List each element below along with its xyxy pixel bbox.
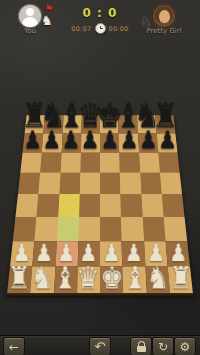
square-a6[interactable] [20, 153, 42, 173]
piece-white-rook-h1[interactable]: ♜ [170, 263, 193, 294]
square-c5[interactable] [59, 173, 80, 194]
lock-button[interactable] [130, 337, 152, 355]
square-c3[interactable] [56, 217, 78, 241]
piece-white-king-e1[interactable]: ♚ [100, 263, 123, 294]
square-b7[interactable]: ♟ [42, 133, 62, 152]
bottom-bar: ← ↶ ↻ ⚙ [0, 335, 200, 355]
square-d5[interactable] [79, 173, 100, 194]
score: 0 : 0 [70, 6, 130, 20]
square-b5[interactable] [38, 173, 60, 194]
square-d3[interactable] [78, 217, 100, 241]
square-g7[interactable]: ♟ [138, 133, 158, 152]
square-g3[interactable] [142, 217, 165, 241]
piece-white-knight-g1[interactable]: ♞ [146, 263, 169, 294]
square-e5[interactable] [100, 173, 121, 194]
square-h3[interactable] [163, 217, 187, 241]
square-a1[interactable]: ♜ [7, 267, 33, 294]
square-c7[interactable]: ♟ [61, 133, 81, 152]
piece-black-pawn-b7[interactable]: ♟ [42, 127, 61, 152]
piece-black-pawn-g7[interactable]: ♟ [139, 127, 158, 152]
rotate-icon: ↻ [158, 341, 168, 353]
square-c1[interactable]: ♝ [54, 267, 78, 294]
square-c4[interactable] [58, 194, 80, 217]
square-f4[interactable] [121, 194, 143, 217]
square-a5[interactable] [18, 173, 40, 194]
square-e3[interactable] [100, 217, 122, 241]
square-h5[interactable] [160, 173, 182, 194]
square-b3[interactable] [35, 217, 58, 241]
square-f7[interactable]: ♟ [119, 133, 139, 152]
square-f6[interactable] [119, 153, 139, 173]
square-h1[interactable]: ♜ [167, 267, 193, 294]
square-e1[interactable]: ♚ [100, 267, 123, 294]
undo-button[interactable]: ↶ [89, 337, 111, 355]
piece-white-bishop-f1[interactable]: ♝ [123, 263, 146, 294]
square-g1[interactable]: ♞ [145, 267, 170, 294]
square-d6[interactable] [80, 153, 100, 173]
square-g6[interactable] [139, 153, 160, 173]
square-a4[interactable] [15, 194, 38, 217]
chess-board: ♜♞♝♛♚♝♞♜♟♟♟♟♟♟♟♟♟♟♟♟♟♟♟♟♜♞♝♛♚♝♞♜ [7, 115, 193, 294]
undo-icon: ↶ [95, 340, 106, 353]
square-g4[interactable] [141, 194, 163, 217]
square-f1[interactable]: ♝ [122, 267, 146, 294]
piece-black-pawn-d7[interactable]: ♟ [81, 127, 100, 152]
square-g5[interactable] [140, 173, 162, 194]
piece-white-queen-d1[interactable]: ♛ [77, 263, 100, 294]
piece-white-rook-a1[interactable]: ♜ [7, 263, 30, 294]
square-e4[interactable] [100, 194, 121, 217]
settings-button[interactable]: ⚙ [174, 337, 196, 355]
rotate-board-button[interactable]: ↻ [152, 337, 174, 355]
square-d1[interactable]: ♛ [77, 267, 100, 294]
square-e7[interactable]: ♟ [100, 133, 119, 152]
back-button[interactable]: ← [3, 337, 25, 355]
square-a3[interactable] [13, 217, 37, 241]
piece-black-pawn-e7[interactable]: ♟ [100, 127, 119, 152]
square-h6[interactable] [158, 153, 180, 173]
gear-icon: ⚙ [180, 341, 191, 353]
piece-white-knight-b1[interactable]: ♞ [30, 263, 53, 294]
square-f3[interactable] [121, 217, 143, 241]
square-b4[interactable] [37, 194, 59, 217]
chess-app: You ⚑ ♞ 0 : 0 00:07 00:00 ♞ Pretty Girl … [0, 0, 200, 355]
square-c6[interactable] [60, 153, 80, 173]
back-arrow-icon: ← [9, 341, 19, 353]
piece-black-pawn-c7[interactable]: ♟ [62, 127, 81, 152]
square-d4[interactable] [79, 194, 100, 217]
square-h7[interactable]: ♟ [157, 133, 178, 152]
square-b6[interactable] [40, 153, 61, 173]
piece-black-pawn-h7[interactable]: ♟ [158, 127, 177, 152]
lock-icon [137, 346, 146, 352]
square-e6[interactable] [100, 153, 120, 173]
square-b1[interactable]: ♞ [30, 267, 55, 294]
square-f5[interactable] [120, 173, 141, 194]
board-front-edge [7, 293, 193, 297]
board-scene: ♜♞♝♛♚♝♞♜♟♟♟♟♟♟♟♟♟♟♟♟♟♟♟♟♜♞♝♛♚♝♞♜ [7, 24, 193, 294]
square-d7[interactable]: ♟ [81, 133, 100, 152]
piece-black-pawn-f7[interactable]: ♟ [120, 127, 139, 152]
square-h4[interactable] [162, 194, 185, 217]
piece-black-pawn-a7[interactable]: ♟ [23, 127, 42, 152]
square-a7[interactable]: ♟ [23, 133, 44, 152]
piece-white-bishop-c1[interactable]: ♝ [54, 263, 77, 294]
